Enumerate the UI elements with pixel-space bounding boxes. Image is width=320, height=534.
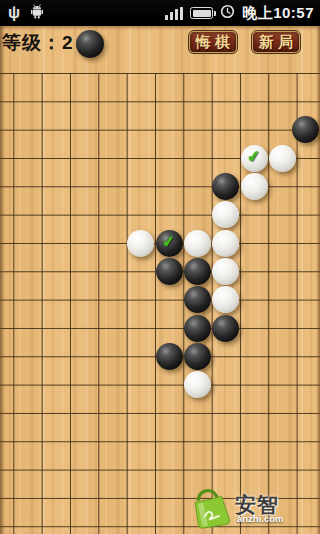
stone-white xyxy=(184,371,211,398)
stone-black xyxy=(184,315,211,342)
battery-icon xyxy=(190,7,213,19)
usb-icon: ψ xyxy=(8,5,20,21)
stone-white xyxy=(127,230,154,257)
stone-white xyxy=(212,230,239,257)
stone-white xyxy=(269,145,296,172)
stone-black xyxy=(184,343,211,370)
signal-strength-icon xyxy=(165,6,183,20)
stone-white xyxy=(212,258,239,285)
last-move-check-icon: ✔ xyxy=(246,148,262,166)
status-bar: ψ xyxy=(0,0,320,26)
stone-black xyxy=(156,343,183,370)
watermark-domain: anzhi.com xyxy=(237,513,283,524)
clock-time: 晚上10:57 xyxy=(242,4,314,23)
stone-black xyxy=(184,258,211,285)
app-screen: ψ xyxy=(0,0,320,534)
game-board[interactable]: 等级：2 悔棋 新局 ✔✔ 安智 anzhi.com xyxy=(0,26,320,534)
status-bar-right: 晚上10:57 xyxy=(165,4,316,23)
stone-white-last-move: ✔ xyxy=(241,145,268,172)
anzhi-watermark[interactable]: 安智 anzhi.com xyxy=(190,488,320,534)
stone-black xyxy=(212,315,239,342)
stone-white xyxy=(184,230,211,257)
stone-black xyxy=(292,116,319,143)
stones-layer[interactable]: ✔✔ xyxy=(0,26,320,534)
stone-white xyxy=(212,286,239,313)
last-move-check-icon: ✔ xyxy=(161,233,177,251)
shopping-bag-icon xyxy=(187,484,232,534)
stone-black xyxy=(156,258,183,285)
android-robot-icon xyxy=(30,4,44,23)
status-bar-left: ψ xyxy=(4,4,44,23)
stone-black xyxy=(184,286,211,313)
stone-white xyxy=(212,201,239,228)
alarm-clock-icon xyxy=(220,4,235,23)
stone-black-last-move: ✔ xyxy=(156,230,183,257)
stone-white xyxy=(241,173,268,200)
stone-black xyxy=(212,173,239,200)
